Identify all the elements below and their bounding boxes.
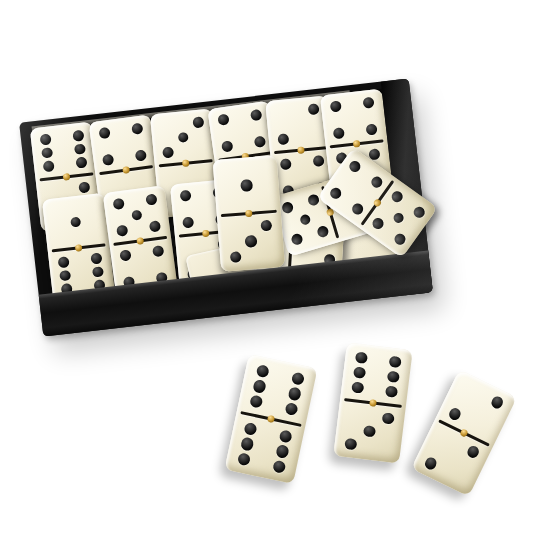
pip <box>99 127 111 139</box>
pip <box>241 179 253 191</box>
pip <box>393 231 408 246</box>
pip <box>351 381 364 394</box>
pip <box>250 109 262 121</box>
pip <box>272 459 287 474</box>
pip <box>347 159 362 174</box>
pip <box>145 193 157 205</box>
pip <box>229 251 241 263</box>
pip <box>344 438 357 451</box>
pip <box>353 366 366 379</box>
pip <box>288 387 303 402</box>
pip <box>163 147 175 159</box>
domino-6-3[interactable] <box>333 342 412 463</box>
pip <box>152 245 164 257</box>
pip <box>389 189 404 204</box>
pip <box>290 232 304 246</box>
pip <box>423 456 438 471</box>
pip <box>221 140 233 152</box>
pip <box>253 136 265 148</box>
pip <box>298 213 312 227</box>
pip <box>255 364 270 379</box>
pip <box>279 429 294 444</box>
pip <box>369 175 384 190</box>
pip <box>236 452 251 467</box>
pip <box>92 266 104 278</box>
pip <box>180 190 192 202</box>
pip <box>307 103 319 115</box>
pip <box>148 220 160 232</box>
pip <box>59 270 71 282</box>
pip <box>280 158 292 170</box>
pip <box>371 216 386 231</box>
domino-2-2[interactable] <box>411 370 517 497</box>
pip <box>252 379 267 394</box>
pip <box>350 201 365 216</box>
pip <box>183 217 195 229</box>
pip <box>218 113 230 125</box>
pip <box>102 154 114 166</box>
pip <box>447 406 462 421</box>
tile-half-1 <box>213 155 281 216</box>
pip <box>411 205 426 220</box>
pip <box>240 437 255 452</box>
pip <box>177 131 189 143</box>
pip <box>41 147 53 159</box>
pip <box>362 97 374 109</box>
pip <box>333 127 345 139</box>
pip <box>74 143 86 155</box>
pip <box>43 160 55 172</box>
pip <box>328 185 343 200</box>
pip <box>490 395 505 410</box>
tile-half-3 <box>217 211 285 272</box>
pip <box>245 235 257 247</box>
pip <box>330 100 342 112</box>
tile-half-1 <box>42 193 109 252</box>
photo-stage <box>0 0 533 533</box>
pip <box>278 133 290 145</box>
pip <box>291 371 306 386</box>
pip <box>466 444 481 459</box>
tile-half-3 <box>150 109 217 167</box>
pip <box>75 157 87 169</box>
pip <box>131 123 143 135</box>
pip <box>40 133 52 145</box>
pip <box>355 351 368 364</box>
pip <box>113 198 125 210</box>
tile-half-6 <box>30 122 97 181</box>
pip <box>391 210 406 225</box>
tile-half-3 <box>333 399 405 464</box>
domino-6-6[interactable] <box>224 354 317 484</box>
pip <box>316 224 330 238</box>
pip <box>275 444 290 459</box>
pip <box>389 355 402 368</box>
pip <box>72 130 84 142</box>
pip <box>120 249 132 261</box>
pip <box>312 155 324 167</box>
domino-1-3[interactable] <box>213 155 286 272</box>
pip <box>284 402 299 417</box>
pip <box>192 116 204 128</box>
pip <box>131 209 143 221</box>
pip <box>281 201 295 215</box>
pip <box>260 219 272 231</box>
pip <box>365 124 377 136</box>
pip <box>385 385 398 398</box>
pip <box>90 252 102 264</box>
tile-half-6 <box>340 342 412 407</box>
pip <box>382 412 395 425</box>
tile-half-4 <box>320 89 387 148</box>
domino-box <box>19 79 433 337</box>
pip <box>78 181 90 193</box>
pip <box>363 425 376 438</box>
pip <box>243 422 258 437</box>
pip <box>249 394 264 409</box>
pip <box>116 225 128 237</box>
pip <box>134 150 146 162</box>
pip <box>387 370 400 383</box>
pip <box>58 256 70 268</box>
pip <box>70 216 82 228</box>
